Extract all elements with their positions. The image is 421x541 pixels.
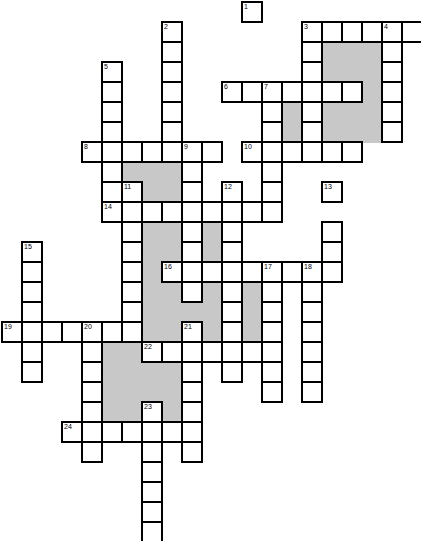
shaded-block-r19-c7	[141, 381, 163, 403]
letter-cell-r4-c13[interactable]: 7	[261, 81, 283, 103]
letter-cell-r17-c8[interactable]	[161, 341, 183, 363]
letter-cell-r10-c11[interactable]	[221, 201, 243, 223]
shaded-block-r18-c6	[121, 361, 143, 383]
letter-cell-r4-c14[interactable]	[281, 81, 303, 103]
letter-cell-r7-c16[interactable]	[321, 141, 343, 163]
shaded-block-r16-c12	[241, 321, 263, 343]
shaded-block-r14-c8	[161, 281, 183, 303]
shaded-block-r9-c7	[141, 181, 163, 203]
letter-cell-r4-c11[interactable]: 6	[221, 81, 243, 103]
letter-cell-r18-c13[interactable]	[261, 361, 283, 383]
letter-cell-r13-c8[interactable]: 16	[161, 261, 183, 283]
shaded-block-r14-c12	[241, 281, 263, 303]
letter-cell-r11-c9[interactable]	[181, 221, 203, 243]
letter-cell-r5-c19[interactable]	[381, 101, 403, 123]
letter-cell-r7-c12[interactable]: 10	[241, 141, 263, 163]
letter-cell-r15-c1[interactable]	[21, 301, 43, 323]
letter-cell-r9-c9[interactable]	[181, 181, 203, 203]
letter-cell-r18-c15[interactable]	[301, 361, 323, 383]
letter-cell-r14-c15[interactable]	[301, 281, 323, 303]
letter-cell-r18-c4[interactable]	[81, 361, 103, 383]
letter-cell-r22-c9[interactable]	[181, 441, 203, 463]
shaded-block-r2-c16	[321, 41, 343, 63]
letter-cell-r19-c13[interactable]	[261, 381, 283, 403]
shaded-block-r9-c8	[161, 181, 183, 203]
letter-cell-r19-c15[interactable]	[301, 381, 323, 403]
letter-cell-r10-c8[interactable]	[161, 201, 183, 223]
shaded-block-r8-c8	[161, 161, 183, 183]
letter-cell-r18-c11[interactable]	[221, 361, 243, 383]
letter-cell-r3-c8[interactable]	[161, 61, 183, 83]
letter-cell-r8-c5[interactable]	[101, 161, 123, 183]
shaded-block-r15-c9	[181, 301, 203, 323]
shaded-block-r8-c7	[141, 161, 163, 183]
letter-cell-r6-c15[interactable]	[301, 121, 323, 143]
shaded-block-r6-c14	[281, 121, 303, 143]
clue-number-1: 1	[244, 3, 248, 11]
letter-cell-r16-c9[interactable]: 21	[181, 321, 203, 343]
shaded-block-r16-c8	[161, 321, 183, 343]
letter-cell-r21-c3[interactable]: 24	[61, 421, 83, 443]
letter-cell-r13-c14[interactable]	[281, 261, 303, 283]
letter-cell-r20-c9[interactable]	[181, 401, 203, 423]
letter-cell-r11-c11[interactable]	[221, 221, 243, 243]
letter-cell-r13-c10[interactable]	[201, 261, 223, 283]
letter-cell-r10-c6[interactable]	[121, 201, 143, 223]
letter-cell-r19-c9[interactable]	[181, 381, 203, 403]
letter-cell-r13-c1[interactable]	[21, 261, 43, 283]
letter-cell-r10-c13[interactable]	[261, 201, 283, 223]
letter-cell-r1-c8[interactable]: 2	[161, 21, 183, 43]
letter-cell-r7-c17[interactable]	[341, 141, 363, 163]
letter-cell-r12-c6[interactable]	[121, 241, 143, 263]
letter-cell-r15-c13[interactable]	[261, 301, 283, 323]
shaded-block-r3-c17	[341, 61, 363, 83]
letter-cell-r21-c4[interactable]	[81, 421, 103, 443]
shaded-block-r14-c7	[141, 281, 163, 303]
letter-cell-r7-c5[interactable]	[101, 141, 123, 163]
letter-cell-r2-c8[interactable]	[161, 41, 183, 63]
shaded-block-r19-c6	[121, 381, 143, 403]
letter-cell-r13-c6[interactable]	[121, 261, 143, 283]
letter-cell-r4-c17[interactable]	[341, 81, 363, 103]
shaded-block-r16-c10	[201, 321, 223, 343]
clue-number-13: 13	[324, 183, 332, 191]
letter-cell-r14-c11[interactable]	[221, 281, 243, 303]
letter-cell-r19-c4[interactable]	[81, 381, 103, 403]
crossword-screenshot: 123456789101112131415161718192021222324	[0, 0, 421, 541]
shaded-block-r13-c7	[141, 261, 163, 283]
letter-cell-r17-c13[interactable]	[261, 341, 283, 363]
shaded-block-r15-c7	[141, 301, 163, 323]
letter-cell-r9-c11[interactable]: 12	[221, 181, 243, 203]
letter-cell-r26-c7[interactable]	[141, 521, 163, 541]
shaded-block-r11-c10	[201, 221, 223, 243]
letter-cell-r9-c13[interactable]	[261, 181, 283, 203]
letter-cell-r7-c7[interactable]	[141, 141, 163, 163]
letter-cell-r7-c13[interactable]	[261, 141, 283, 163]
letter-cell-r23-c7[interactable]	[141, 461, 163, 483]
clue-number-3: 3	[304, 23, 308, 31]
letter-cell-r16-c13[interactable]	[261, 321, 283, 343]
shaded-block-r6-c16	[321, 121, 343, 143]
letter-cell-r13-c9[interactable]	[181, 261, 203, 283]
clue-number-7: 7	[264, 83, 268, 91]
letter-cell-r17-c11[interactable]	[221, 341, 243, 363]
letter-cell-r9-c5[interactable]	[101, 181, 123, 203]
letter-cell-r13-c13[interactable]: 17	[261, 261, 283, 283]
letter-cell-r17-c7[interactable]: 22	[141, 341, 163, 363]
letter-cell-r13-c16[interactable]	[321, 261, 343, 283]
letter-cell-r5-c8[interactable]	[161, 101, 183, 123]
clue-number-2: 2	[164, 23, 168, 31]
letter-cell-r17-c10[interactable]	[201, 341, 223, 363]
letter-cell-r21-c5[interactable]	[101, 421, 123, 443]
letter-cell-r1-c15[interactable]: 3	[301, 21, 323, 43]
shaded-block-r20-c6	[121, 401, 143, 423]
letter-cell-r15-c6[interactable]	[121, 301, 143, 323]
letter-cell-r7-c15[interactable]	[301, 141, 323, 163]
clue-number-17: 17	[264, 263, 272, 271]
shaded-block-r11-c7	[141, 221, 163, 243]
letter-cell-r16-c11[interactable]	[221, 321, 243, 343]
letter-cell-r16-c4[interactable]: 20	[81, 321, 103, 343]
letter-cell-r13-c15[interactable]: 18	[301, 261, 323, 283]
shaded-block-r19-c5	[101, 381, 123, 403]
letter-cell-r12-c1[interactable]: 15	[21, 241, 43, 263]
letter-cell-r3-c5[interactable]: 5	[101, 61, 123, 83]
shaded-block-r3-c18	[361, 61, 383, 83]
letter-cell-r1-c20[interactable]	[401, 21, 421, 43]
letter-cell-r11-c6[interactable]	[121, 221, 143, 243]
shaded-block-r16-c7	[141, 321, 163, 343]
letter-cell-r10-c10[interactable]	[201, 201, 223, 223]
letter-cell-r9-c16[interactable]: 13	[321, 181, 343, 203]
letter-cell-r16-c0[interactable]: 19	[1, 321, 23, 343]
shaded-block-r6-c17	[341, 121, 363, 143]
letter-cell-r8-c13[interactable]	[261, 161, 283, 183]
letter-cell-r18-c9[interactable]	[181, 361, 203, 383]
letter-cell-r24-c7[interactable]	[141, 481, 163, 503]
letter-cell-r14-c6[interactable]	[121, 281, 143, 303]
letter-cell-r21-c7[interactable]	[141, 421, 163, 443]
letter-cell-r25-c7[interactable]	[141, 501, 163, 523]
letter-cell-r9-c6[interactable]: 11	[121, 181, 143, 203]
letter-cell-r2-c19[interactable]	[381, 41, 403, 63]
letter-cell-r14-c1[interactable]	[21, 281, 43, 303]
letter-cell-r11-c16[interactable]	[321, 221, 343, 243]
letter-cell-r10-c9[interactable]	[181, 201, 203, 223]
letter-cell-r6-c13[interactable]	[261, 121, 283, 143]
letter-cell-r20-c4[interactable]	[81, 401, 103, 423]
clue-number-16: 16	[164, 263, 172, 271]
shaded-block-r14-c10	[201, 281, 223, 303]
letter-cell-r10-c7[interactable]	[141, 201, 163, 223]
letter-cell-r14-c13[interactable]	[261, 281, 283, 303]
letter-cell-r12-c11[interactable]	[221, 241, 243, 263]
letter-cell-r3-c19[interactable]	[381, 61, 403, 83]
letter-cell-r7-c10[interactable]	[201, 141, 223, 163]
clue-number-9: 9	[184, 143, 188, 151]
letter-cell-r14-c9[interactable]	[181, 281, 203, 303]
clue-number-22: 22	[144, 343, 152, 351]
shaded-block-r12-c10	[201, 241, 223, 263]
shaded-block-r3-c16	[321, 61, 343, 83]
letter-cell-r16-c2[interactable]	[41, 321, 63, 343]
letter-cell-r7-c9[interactable]: 9	[181, 141, 203, 163]
letter-cell-r6-c19[interactable]	[381, 121, 403, 143]
shaded-block-r18-c5	[101, 361, 123, 383]
letter-cell-r8-c9[interactable]	[181, 161, 203, 183]
letter-cell-r7-c14[interactable]	[281, 141, 303, 163]
letter-cell-r6-c8[interactable]	[161, 121, 183, 143]
letter-cell-r15-c15[interactable]	[301, 301, 323, 323]
shaded-block-r11-c8	[161, 221, 183, 243]
letter-cell-r5-c15[interactable]	[301, 101, 323, 123]
clue-number-12: 12	[224, 183, 232, 191]
letter-cell-r18-c1[interactable]	[21, 361, 43, 383]
clue-number-8: 8	[84, 143, 88, 151]
letter-cell-r17-c15[interactable]	[301, 341, 323, 363]
letter-cell-r21-c8[interactable]	[161, 421, 183, 443]
letter-cell-r12-c16[interactable]	[321, 241, 343, 263]
clue-number-6: 6	[224, 83, 228, 91]
shaded-block-r4-c18	[361, 81, 383, 103]
letter-cell-r22-c4[interactable]	[81, 441, 103, 463]
letter-cell-r12-c9[interactable]	[181, 241, 203, 263]
shaded-block-r12-c7	[141, 241, 163, 263]
clue-number-11: 11	[124, 183, 131, 191]
clue-number-18: 18	[304, 263, 312, 271]
letter-cell-r5-c13[interactable]	[261, 101, 283, 123]
letter-cell-r4-c15[interactable]	[301, 81, 323, 103]
shaded-block-r20-c5	[101, 401, 123, 423]
shaded-block-r8-c6	[121, 161, 143, 183]
shaded-block-r2-c17	[341, 41, 363, 63]
letter-cell-r21-c9[interactable]	[181, 421, 203, 443]
clue-number-21: 21	[184, 323, 192, 331]
letter-cell-r17-c1[interactable]	[21, 341, 43, 363]
shaded-block-r5-c16	[321, 101, 343, 123]
letter-cell-r4-c19[interactable]	[381, 81, 403, 103]
clue-number-4: 4	[384, 23, 388, 31]
letter-cell-r17-c9[interactable]	[181, 341, 203, 363]
shaded-block-r5-c18	[361, 101, 383, 123]
clue-number-20: 20	[84, 323, 92, 331]
letter-cell-r1-c18[interactable]	[361, 21, 383, 43]
letter-cell-r17-c12[interactable]	[241, 341, 263, 363]
letter-cell-r16-c3[interactable]	[61, 321, 83, 343]
shaded-block-r15-c12	[241, 301, 263, 323]
shaded-block-r15-c10	[201, 301, 223, 323]
shaded-block-r17-c5	[101, 341, 123, 363]
clue-number-19: 19	[4, 323, 12, 331]
clue-number-15: 15	[24, 243, 32, 251]
shaded-block-r19-c8	[161, 381, 183, 403]
letter-cell-r16-c5[interactable]	[101, 321, 123, 343]
clue-number-10: 10	[244, 143, 252, 151]
letter-cell-r22-c7[interactable]	[141, 441, 163, 463]
letter-cell-r4-c5[interactable]	[101, 81, 123, 103]
shaded-block-r20-c8	[161, 401, 183, 423]
letter-cell-r5-c5[interactable]	[101, 101, 123, 123]
letter-cell-r1-c19[interactable]: 4	[381, 21, 403, 43]
clue-number-24: 24	[64, 423, 72, 431]
crossword-board: 123456789101112131415161718192021222324	[2, 2, 421, 541]
letter-cell-r17-c4[interactable]	[81, 341, 103, 363]
letter-cell-r4-c16[interactable]	[321, 81, 343, 103]
letter-cell-r16-c1[interactable]	[21, 321, 43, 343]
shaded-block-r18-c8	[161, 361, 183, 383]
letter-cell-r20-c7[interactable]: 23	[141, 401, 163, 423]
shaded-block-r18-c7	[141, 361, 163, 383]
clue-number-14: 14	[104, 203, 112, 211]
letter-cell-r13-c11[interactable]	[221, 261, 243, 283]
letter-cell-r1-c16[interactable]	[321, 21, 343, 43]
letter-cell-r0-c12[interactable]: 1	[241, 1, 263, 23]
shaded-block-r12-c8	[161, 241, 183, 263]
letter-cell-r16-c15[interactable]	[301, 321, 323, 343]
shaded-block-r15-c8	[161, 301, 183, 323]
shaded-block-r2-c18	[361, 41, 383, 63]
shaded-block-r17-c6	[121, 341, 143, 363]
letter-cell-r16-c6[interactable]	[121, 321, 143, 343]
shaded-block-r5-c14	[281, 101, 303, 123]
letter-cell-r7-c4[interactable]: 8	[81, 141, 103, 163]
letter-cell-r4-c12[interactable]	[241, 81, 263, 103]
letter-cell-r13-c12[interactable]	[241, 261, 263, 283]
letter-cell-r7-c8[interactable]	[161, 141, 183, 163]
letter-cell-r10-c12[interactable]	[241, 201, 263, 223]
letter-cell-r4-c8[interactable]	[161, 81, 183, 103]
letter-cell-r10-c5[interactable]: 14	[101, 201, 123, 223]
clue-number-23: 23	[144, 403, 152, 411]
letter-cell-r7-c6[interactable]	[121, 141, 143, 163]
letter-cell-r21-c6[interactable]	[121, 421, 143, 443]
letter-cell-r2-c15[interactable]	[301, 41, 323, 63]
letter-cell-r3-c15[interactable]	[301, 61, 323, 83]
shaded-block-r6-c18	[361, 121, 383, 143]
shaded-block-r5-c17	[341, 101, 363, 123]
letter-cell-r1-c17[interactable]	[341, 21, 363, 43]
letter-cell-r6-c5[interactable]	[101, 121, 123, 143]
clue-number-5: 5	[104, 63, 108, 71]
letter-cell-r15-c11[interactable]	[221, 301, 243, 323]
